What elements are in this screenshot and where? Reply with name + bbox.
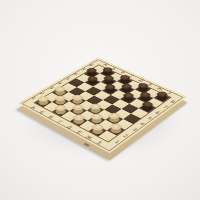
light-piece <box>53 94 68 102</box>
product-photo: АБВГДЕЖЗ АБВГДЕЖЗ 87654321 87654321 <box>0 0 200 200</box>
dark-piece <box>101 66 115 73</box>
light-piece <box>107 112 122 121</box>
dark-piece <box>155 90 169 98</box>
dark-piece <box>136 82 150 90</box>
dark-piece <box>118 74 132 81</box>
square-h4 <box>123 114 141 124</box>
clasp-notch <box>84 142 91 146</box>
light-piece <box>36 95 51 103</box>
light-piece <box>70 94 85 102</box>
